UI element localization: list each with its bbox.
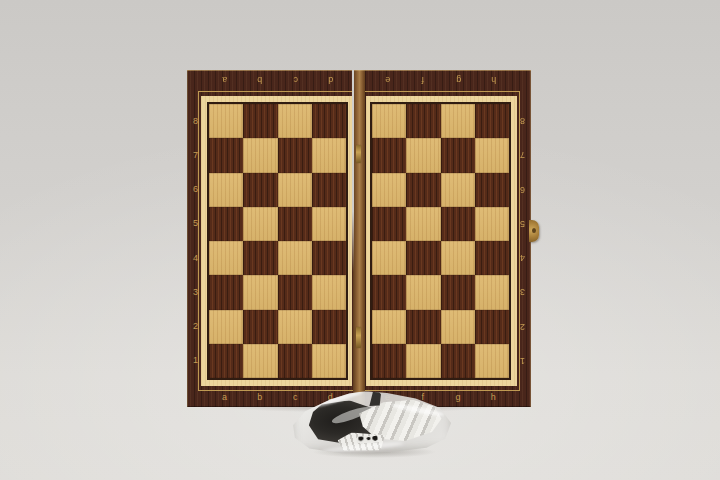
square-g1	[441, 344, 475, 378]
square-c8	[278, 104, 312, 138]
file-label-top-b: b	[242, 73, 277, 87]
rank-label-right-1: 1	[516, 344, 529, 378]
file-label-bottom-g: g	[441, 391, 476, 403]
clasp-pin	[532, 228, 536, 233]
file-label-bottom-a: a	[207, 391, 242, 403]
square-e7	[372, 138, 406, 172]
square-b1	[243, 344, 277, 378]
square-a1	[209, 344, 243, 378]
file-label-top-g: g	[441, 73, 476, 87]
square-f4	[406, 241, 440, 275]
square-e3	[372, 275, 406, 309]
square-e8	[372, 104, 406, 138]
board-right-leaf: efgh efgh 87654321	[365, 70, 531, 407]
rank-label-right-6: 6	[516, 173, 529, 207]
squares-grid-left	[209, 104, 346, 378]
square-c1	[278, 344, 312, 378]
brass-clasp	[529, 220, 539, 242]
square-e6	[372, 173, 406, 207]
square-a6	[209, 173, 243, 207]
square-c6	[278, 173, 312, 207]
square-g6	[441, 173, 475, 207]
rank-label-right-7: 7	[516, 138, 529, 172]
square-e1	[372, 344, 406, 378]
square-g3	[441, 275, 475, 309]
square-d6	[312, 173, 346, 207]
square-e2	[372, 310, 406, 344]
square-b3	[243, 275, 277, 309]
file-label-top-e: e	[370, 73, 405, 87]
square-c4	[278, 241, 312, 275]
square-c7	[278, 138, 312, 172]
file-label-bottom-c: c	[278, 391, 313, 403]
square-d5	[312, 207, 346, 241]
rank-label-right-2: 2	[516, 310, 529, 344]
file-label-bottom-b: b	[242, 391, 277, 403]
square-d3	[312, 275, 346, 309]
square-c5	[278, 207, 312, 241]
board-left-leaf: abcd abcd 87654321	[187, 70, 353, 407]
square-d4	[312, 241, 346, 275]
square-d7	[312, 138, 346, 172]
square-h3	[475, 275, 509, 309]
square-h2	[475, 310, 509, 344]
square-b6	[243, 173, 277, 207]
square-f8	[406, 104, 440, 138]
square-h7	[475, 138, 509, 172]
square-g7	[441, 138, 475, 172]
square-g4	[441, 241, 475, 275]
square-f2	[406, 310, 440, 344]
square-h6	[475, 173, 509, 207]
square-b5	[243, 207, 277, 241]
rank-label-right-8: 8	[516, 104, 529, 138]
square-h4	[475, 241, 509, 275]
square-g8	[441, 104, 475, 138]
square-c3	[278, 275, 312, 309]
file-label-top-c: c	[278, 73, 313, 87]
squares-grid-right	[372, 104, 509, 378]
square-a4	[209, 241, 243, 275]
studio-backdrop: abcd abcd 87654321 efgh efgh 87654321	[0, 0, 720, 480]
leaf-gap-highlight	[352, 70, 354, 272]
square-c2	[278, 310, 312, 344]
square-g5	[441, 207, 475, 241]
square-d1	[312, 344, 346, 378]
hinge-spine	[353, 70, 365, 407]
square-a7	[209, 138, 243, 172]
square-b8	[243, 104, 277, 138]
square-f1	[406, 344, 440, 378]
square-a3	[209, 275, 243, 309]
rank-label-right-5: 5	[516, 207, 529, 241]
file-labels-top-right-leaf: efgh	[370, 73, 511, 87]
square-b4	[243, 241, 277, 275]
file-labels-top-left-leaf: abcd	[207, 73, 348, 87]
square-e4	[372, 241, 406, 275]
file-label-bottom-h: h	[476, 391, 511, 403]
square-a5	[209, 207, 243, 241]
playing-area-left	[207, 102, 348, 380]
square-d2	[312, 310, 346, 344]
file-label-top-h: h	[476, 73, 511, 87]
square-d8	[312, 104, 346, 138]
square-e5	[372, 207, 406, 241]
brass-hinge-top	[356, 145, 361, 163]
rank-label-right-3: 3	[516, 275, 529, 309]
square-f7	[406, 138, 440, 172]
rank-labels-right-edge: 87654321	[516, 104, 529, 378]
square-f3	[406, 275, 440, 309]
square-b2	[243, 310, 277, 344]
square-h5	[475, 207, 509, 241]
square-f5	[406, 207, 440, 241]
square-h8	[475, 104, 509, 138]
file-label-top-f: f	[405, 73, 440, 87]
square-f6	[406, 173, 440, 207]
square-b7	[243, 138, 277, 172]
file-label-top-d: d	[313, 73, 348, 87]
square-a2	[209, 310, 243, 344]
file-label-top-a: a	[207, 73, 242, 87]
folding-chess-board: abcd abcd 87654321 efgh efgh 87654321	[187, 70, 531, 407]
square-h1	[475, 344, 509, 378]
square-g2	[441, 310, 475, 344]
brass-hinge-bottom	[356, 327, 361, 348]
playing-area-right	[370, 102, 511, 380]
rank-label-right-4: 4	[516, 241, 529, 275]
square-a8	[209, 104, 243, 138]
